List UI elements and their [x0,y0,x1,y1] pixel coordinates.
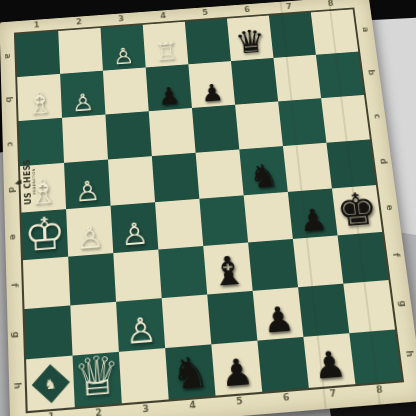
piece-white-pawn[interactable]: ♙ [74,177,101,206]
rank-label-6: 6 [226,4,269,16]
rank-label-5: 5 [216,394,264,408]
piece-white-pawn[interactable]: ♙ [75,222,104,254]
piece-black-pawn[interactable]: ♟ [312,346,348,385]
square-d6[interactable]: ♞ [239,146,288,195]
square-g4[interactable] [162,295,212,349]
piece-black-king[interactable]: ♚ [334,186,380,233]
square-c5[interactable] [192,105,239,153]
square-g7[interactable] [298,284,349,337]
piece-white-queen[interactable]: ♕ [72,348,122,405]
piece-white-rook[interactable]: ♖ [153,39,179,65]
rank-label-3: 3 [100,13,143,25]
piece-white-pawn[interactable]: ♙ [71,90,95,115]
square-c4[interactable] [149,108,196,156]
square-b7[interactable] [273,55,321,102]
rank-label-6: 6 [262,390,310,404]
square-h5[interactable]: ♟ [211,341,262,396]
square-e4[interactable] [155,199,203,250]
square-f3[interactable] [113,250,161,302]
rank-label-2: 2 [58,16,101,28]
square-e6[interactable] [244,192,293,243]
square-f5[interactable]: ♝ [203,242,252,294]
piece-black-queen[interactable]: ♛ [234,25,267,59]
square-b6[interactable] [231,58,278,105]
piece-white-bishop[interactable]: ♗ [25,87,55,119]
square-e2[interactable]: ♙ [66,206,113,257]
square-e5[interactable] [199,195,248,246]
square-e7[interactable]: ♟ [288,188,338,238]
piece-white-bishop[interactable]: ♗ [27,174,60,211]
playing-area: ♙♖♛♗♙♟♟♗♙♞♔♙♙♟♚♝♙♟♞♕♞♟♟ [16,9,402,411]
square-a2[interactable] [58,28,103,74]
square-h1[interactable]: ♞ [26,356,75,411]
piece-white-pawn[interactable]: ♙ [124,312,157,349]
square-a7[interactable] [269,12,316,58]
piece-white-king[interactable]: ♔ [23,210,66,258]
square-b2[interactable]: ♙ [60,71,105,118]
square-d2[interactable]: ♙ [64,159,111,209]
square-g6[interactable]: ♟ [253,287,304,340]
square-d7[interactable] [283,143,332,192]
square-d4[interactable] [152,153,200,202]
square-f4[interactable] [158,246,207,298]
corner-logo-knight-icon: ♞ [44,376,57,391]
square-c7[interactable] [278,98,326,146]
piece-black-knight[interactable]: ♞ [170,351,211,397]
rank-label-1: 1 [15,19,58,31]
square-f7[interactable] [293,235,343,287]
square-g1[interactable] [25,305,73,359]
us-chess-corner-logo: ♞ [31,364,69,403]
rank-label-5: 5 [184,7,227,19]
square-h3[interactable] [119,348,169,403]
square-a3[interactable]: ♙ [101,25,146,71]
square-d5[interactable] [196,149,244,198]
piece-black-pawn[interactable]: ♟ [200,80,224,105]
square-a4[interactable]: ♖ [143,22,189,68]
square-c2[interactable] [62,115,108,163]
square-h7[interactable]: ♟ [303,333,355,388]
square-e3[interactable]: ♙ [111,202,159,253]
piece-white-pawn[interactable]: ♙ [120,218,150,250]
square-e8[interactable]: ♚ [332,185,382,235]
square-h2[interactable]: ♕ [73,352,122,407]
square-b3[interactable] [103,67,149,114]
rank-label-4: 4 [142,10,185,22]
rank-label-7: 7 [309,386,357,400]
square-f1[interactable] [23,257,70,309]
piece-black-pawn[interactable]: ♟ [261,301,295,338]
square-a5[interactable] [185,19,231,65]
square-a6[interactable]: ♛ [227,15,274,61]
square-f6[interactable] [248,239,298,291]
square-g3[interactable]: ♙ [116,298,165,352]
square-c6[interactable] [235,101,283,149]
square-e1[interactable]: ♔ [21,209,68,260]
vinyl-board-mat: 12345678 12345678 abcdefgh abcdefgh ♞ US… [0,0,416,416]
square-b5[interactable]: ♟ [188,61,235,108]
piece-black-knight[interactable]: ♞ [248,159,281,193]
square-f2[interactable] [68,253,116,305]
rank-label-7: 7 [268,0,311,12]
piece-black-pawn[interactable]: ♟ [157,84,181,109]
square-d3[interactable] [108,156,155,206]
rank-label-3: 3 [122,402,170,416]
piece-white-pawn[interactable]: ♙ [112,45,135,68]
square-g5[interactable] [207,291,257,344]
chess-board: 12345678 12345678 abcdefgh abcdefgh ♞ US… [0,0,416,416]
square-b4[interactable]: ♟ [146,64,192,111]
square-b1[interactable]: ♗ [17,74,62,121]
square-h6[interactable] [257,337,308,392]
piece-black-bishop[interactable]: ♝ [208,250,248,292]
square-h4[interactable]: ♞ [165,344,215,399]
piece-black-pawn[interactable]: ♟ [298,204,329,236]
square-a1[interactable] [16,31,60,77]
square-c3[interactable] [105,111,151,159]
piece-black-pawn[interactable]: ♟ [219,354,255,393]
